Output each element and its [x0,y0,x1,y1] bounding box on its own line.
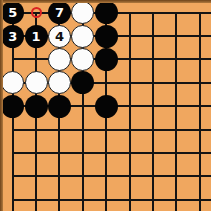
board-point-5-4[interactable] [95,71,118,94]
board-point-8-8[interactable] [165,165,188,188]
board-point-5-1[interactable] [95,1,118,24]
board-point-1-6[interactable] [1,118,24,141]
black-stone [95,95,118,118]
board-point-2-4[interactable] [24,71,47,94]
board-point-8-5[interactable] [165,95,188,118]
board-point-7-8[interactable] [141,165,164,188]
board-point-1-1[interactable]: 5 [1,1,24,24]
board-point-9-8[interactable] [188,165,211,188]
board-point-2-7[interactable] [24,141,47,164]
stone-move-number: 3 [8,30,17,43]
stone-move-number: 5 [8,6,17,19]
board-point-8-4[interactable] [165,71,188,94]
board-point-3-8[interactable] [48,165,71,188]
white-stone [1,71,24,94]
black-stone: 5 [1,1,24,24]
board-point-3-6[interactable] [48,118,71,141]
board-point-7-1[interactable] [141,1,164,24]
board-point-7-7[interactable] [141,141,164,164]
board-point-3-5[interactable] [48,95,71,118]
board-point-6-8[interactable] [118,165,141,188]
board-point-1-2[interactable]: 3 [1,24,24,47]
board-point-7-3[interactable] [141,48,164,71]
board-point-1-7[interactable] [1,141,24,164]
board-point-2-1[interactable] [24,1,47,24]
board-point-6-2[interactable] [118,24,141,47]
board-point-6-3[interactable] [118,48,141,71]
board-point-3-7[interactable] [48,141,71,164]
board-point-4-6[interactable] [71,118,94,141]
board-point-2-6[interactable] [24,118,47,141]
black-stone [48,95,71,118]
stone-move-number: 1 [32,30,41,43]
board-left-edge [0,0,3,211]
board-point-5-3[interactable] [95,48,118,71]
board-point-5-7[interactable] [95,141,118,164]
board-point-4-5[interactable] [71,95,94,118]
black-stone: 1 [25,25,48,48]
board-point-4-1[interactable] [71,1,94,24]
board-point-1-4[interactable] [1,71,24,94]
go-board-diagram: 57314 [0,0,211,211]
board-point-7-9[interactable] [141,188,164,211]
board-point-8-9[interactable] [165,188,188,211]
white-stone [48,71,71,94]
board-point-5-2[interactable] [95,24,118,47]
board-point-2-8[interactable] [24,165,47,188]
board-point-1-8[interactable] [1,165,24,188]
board-point-8-2[interactable] [165,24,188,47]
board-point-8-7[interactable] [165,141,188,164]
black-stone [95,25,118,48]
black-stone [95,48,118,71]
white-stone: 4 [48,25,71,48]
board-point-9-5[interactable] [188,95,211,118]
board-point-2-2[interactable]: 1 [24,24,47,47]
board-point-3-2[interactable]: 4 [48,24,71,47]
board-point-8-6[interactable] [165,118,188,141]
board-point-9-9[interactable] [188,188,211,211]
board-point-1-5[interactable] [1,95,24,118]
board-point-6-9[interactable] [118,188,141,211]
black-stone [95,1,118,24]
board-point-7-2[interactable] [141,24,164,47]
board-point-6-7[interactable] [118,141,141,164]
board-point-2-5[interactable] [24,95,47,118]
board-point-4-2[interactable] [71,24,94,47]
go-board-grid: 57314 [1,1,211,211]
black-stone: 7 [48,1,71,24]
board-point-6-1[interactable] [118,1,141,24]
black-stone [25,95,48,118]
white-stone [71,25,94,48]
board-point-3-9[interactable] [48,188,71,211]
board-point-3-1[interactable]: 7 [48,1,71,24]
board-point-9-1[interactable] [188,1,211,24]
board-point-3-4[interactable] [48,71,71,94]
board-point-5-5[interactable] [95,95,118,118]
stone-move-number: 4 [55,30,64,43]
white-stone [48,48,71,71]
white-stone [25,71,48,94]
board-point-7-4[interactable] [141,71,164,94]
stone-move-number: 7 [55,6,64,19]
white-stone [71,1,94,24]
board-point-5-6[interactable] [95,118,118,141]
red-circle-marker [31,7,42,18]
board-point-5-9[interactable] [95,188,118,211]
board-point-4-3[interactable] [71,48,94,71]
board-point-9-3[interactable] [188,48,211,71]
board-point-8-3[interactable] [165,48,188,71]
board-point-6-4[interactable] [118,71,141,94]
board-point-9-7[interactable] [188,141,211,164]
black-stone [71,71,94,94]
board-point-6-5[interactable] [118,95,141,118]
board-point-9-6[interactable] [188,118,211,141]
board-point-8-1[interactable] [165,1,188,24]
white-stone [71,48,94,71]
board-point-2-3[interactable] [24,48,47,71]
board-point-7-5[interactable] [141,95,164,118]
board-point-4-7[interactable] [71,141,94,164]
board-point-4-9[interactable] [71,188,94,211]
board-point-4-8[interactable] [71,165,94,188]
board-point-5-8[interactable] [95,165,118,188]
board-point-9-2[interactable] [188,24,211,47]
black-stone [1,95,24,118]
board-top-edge [0,0,211,3]
board-point-1-9[interactable] [1,188,24,211]
black-stone: 3 [1,25,24,48]
board-point-4-4[interactable] [71,71,94,94]
board-point-2-9[interactable] [24,188,47,211]
board-point-7-6[interactable] [141,118,164,141]
board-point-3-3[interactable] [48,48,71,71]
board-point-1-3[interactable] [1,48,24,71]
board-point-6-6[interactable] [118,118,141,141]
board-point-9-4[interactable] [188,71,211,94]
